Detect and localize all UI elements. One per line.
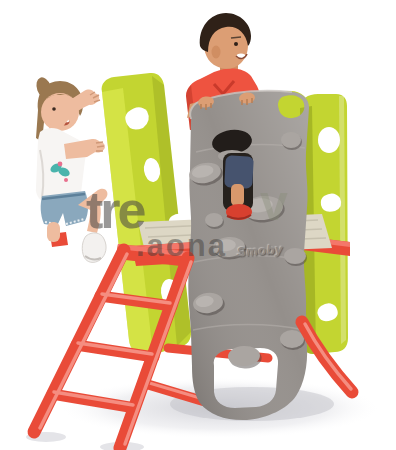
girl-leg [47,222,60,242]
boy-ear [212,46,221,59]
right-panel-hole [318,127,340,153]
right-panel-hole [321,193,341,211]
smoby-logo: Smoby [237,241,284,259]
girl-shoe [82,233,106,263]
product-photo: tre v .aona Smoby [0,0,396,450]
boy-shorts [224,155,254,188]
girl-figure [34,75,108,262]
girl-eye [52,107,56,111]
boy-eye [234,42,238,46]
left-green-climbing-panel [102,73,192,356]
boy-legs [223,153,254,220]
scene-illustration [0,0,396,450]
boy-leg [231,184,244,206]
